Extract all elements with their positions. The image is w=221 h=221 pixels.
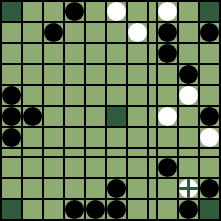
cell-e7[interactable] — [86, 86, 105, 105]
cell-c5[interactable] — [44, 128, 63, 147]
attacker-stone[interactable] — [158, 23, 177, 42]
cell-e2[interactable] — [86, 179, 105, 198]
cell-a5[interactable] — [2, 128, 21, 147]
cell-a11[interactable] — [2, 2, 21, 21]
cell-f2[interactable] — [107, 179, 126, 198]
cell-h11[interactable] — [149, 2, 156, 21]
cell-d2[interactable] — [65, 179, 84, 198]
cell-f11[interactable] — [107, 2, 126, 21]
cell-d1[interactable] — [65, 200, 84, 219]
cell-d9[interactable] — [65, 44, 84, 63]
cell-e8[interactable] — [86, 65, 105, 84]
cell-d3[interactable] — [65, 158, 84, 177]
cell-k9[interactable] — [200, 44, 219, 63]
cell-c2[interactable] — [44, 179, 63, 198]
cell-h7[interactable] — [149, 86, 156, 105]
attacker-stone[interactable] — [158, 44, 177, 63]
cell-k3[interactable] — [200, 158, 219, 177]
attacker-stone[interactable] — [2, 128, 21, 147]
cell-e5[interactable] — [86, 128, 105, 147]
cell-i2[interactable] — [158, 179, 177, 198]
cell-d11[interactable] — [65, 2, 84, 21]
cell-a1[interactable] — [2, 200, 21, 219]
cell-c3[interactable] — [44, 158, 63, 177]
cell-h8[interactable] — [149, 65, 156, 84]
king-stone[interactable] — [179, 179, 198, 198]
cell-h2[interactable] — [149, 179, 156, 198]
defender-stone[interactable] — [128, 23, 147, 42]
cell-a6[interactable] — [2, 107, 21, 126]
cell-e11[interactable] — [86, 2, 105, 21]
cell-h1[interactable] — [149, 200, 156, 219]
attacker-stone[interactable] — [200, 107, 219, 126]
cell-i1[interactable] — [158, 200, 177, 219]
cell-i11[interactable] — [158, 2, 177, 21]
cell-i4[interactable] — [158, 149, 177, 156]
cell-i5[interactable] — [158, 128, 177, 147]
cell-b11[interactable] — [23, 2, 42, 21]
cell-a10[interactable] — [2, 23, 21, 42]
cell-k5[interactable] — [200, 128, 219, 147]
cell-g5[interactable] — [128, 128, 147, 147]
cell-g1[interactable] — [128, 200, 147, 219]
cell-c10[interactable] — [44, 23, 63, 42]
cell-c6[interactable] — [44, 107, 63, 126]
attacker-stone[interactable] — [65, 200, 84, 219]
cell-i9[interactable] — [158, 44, 177, 63]
cell-g10[interactable] — [128, 23, 147, 42]
cell-d10[interactable] — [65, 23, 84, 42]
cell-c4[interactable] — [44, 149, 63, 156]
cell-i3[interactable] — [158, 158, 177, 177]
cell-j4[interactable] — [179, 149, 198, 156]
cell-e1[interactable] — [86, 200, 105, 219]
cell-d6[interactable] — [65, 107, 84, 126]
attacker-stone[interactable] — [158, 158, 177, 177]
attacker-stone[interactable] — [86, 200, 105, 219]
cell-k11[interactable] — [200, 2, 219, 21]
cell-f1[interactable] — [107, 200, 126, 219]
cell-j7[interactable] — [179, 86, 198, 105]
cell-k6[interactable] — [200, 107, 219, 126]
cell-i7[interactable] — [158, 86, 177, 105]
cell-c8[interactable] — [44, 65, 63, 84]
cell-g2[interactable] — [128, 179, 147, 198]
cell-f8[interactable] — [107, 65, 126, 84]
cell-a4[interactable] — [2, 149, 21, 156]
cell-d8[interactable] — [65, 65, 84, 84]
cell-j3[interactable] — [179, 158, 198, 177]
cell-g3[interactable] — [128, 158, 147, 177]
attacker-stone[interactable] — [107, 200, 126, 219]
cell-c11[interactable] — [44, 2, 63, 21]
cell-j9[interactable] — [179, 44, 198, 63]
cell-g6[interactable] — [128, 107, 147, 126]
cell-b4[interactable] — [23, 149, 42, 156]
cell-h5[interactable] — [149, 128, 156, 147]
cell-b2[interactable] — [23, 179, 42, 198]
attacker-stone[interactable] — [200, 23, 219, 42]
cell-a9[interactable] — [2, 44, 21, 63]
cell-f7[interactable] — [107, 86, 126, 105]
cell-j5[interactable] — [179, 128, 198, 147]
cell-k8[interactable] — [200, 65, 219, 84]
cell-g7[interactable] — [128, 86, 147, 105]
attacker-stone[interactable] — [44, 23, 63, 42]
cell-e9[interactable] — [86, 44, 105, 63]
cell-g11[interactable] — [128, 2, 147, 21]
cell-e4[interactable] — [86, 149, 105, 156]
defender-stone[interactable] — [158, 107, 177, 126]
cell-c9[interactable] — [44, 44, 63, 63]
defender-stone[interactable] — [179, 86, 198, 105]
cell-f6[interactable] — [107, 107, 126, 126]
cell-i10[interactable] — [158, 23, 177, 42]
cell-j1[interactable] — [179, 200, 198, 219]
attacker-stone[interactable] — [2, 86, 21, 105]
cell-b7[interactable] — [23, 86, 42, 105]
attacker-stone[interactable] — [179, 65, 198, 84]
cell-e10[interactable] — [86, 23, 105, 42]
defender-stone[interactable] — [200, 128, 219, 147]
cell-b1[interactable] — [23, 200, 42, 219]
cell-k7[interactable] — [200, 86, 219, 105]
cell-a2[interactable] — [2, 179, 21, 198]
cell-b8[interactable] — [23, 65, 42, 84]
cell-f10[interactable] — [107, 23, 126, 42]
cell-a3[interactable] — [2, 158, 21, 177]
cell-f9[interactable] — [107, 44, 126, 63]
cell-b9[interactable] — [23, 44, 42, 63]
cell-g8[interactable] — [128, 65, 147, 84]
cell-d5[interactable] — [65, 128, 84, 147]
attacker-stone[interactable] — [179, 200, 198, 219]
cell-g9[interactable] — [128, 44, 147, 63]
cell-k2[interactable] — [200, 179, 219, 198]
cell-g4[interactable] — [128, 149, 147, 156]
cell-i6[interactable] — [158, 107, 177, 126]
attacker-stone[interactable] — [65, 2, 84, 21]
cell-k4[interactable] — [200, 149, 219, 156]
cell-k10[interactable] — [200, 23, 219, 42]
cell-j10[interactable] — [179, 23, 198, 42]
attacker-stone[interactable] — [200, 179, 219, 198]
cell-e6[interactable] — [86, 107, 105, 126]
cell-h6[interactable] — [149, 107, 156, 126]
attacker-stone[interactable] — [2, 107, 21, 126]
cell-d7[interactable] — [65, 86, 84, 105]
cell-f4[interactable] — [107, 149, 126, 156]
cell-b3[interactable] — [23, 158, 42, 177]
cell-j6[interactable] — [179, 107, 198, 126]
cell-f5[interactable] — [107, 128, 126, 147]
attacker-stone[interactable] — [23, 107, 42, 126]
cell-h3[interactable] — [149, 158, 156, 177]
defender-stone[interactable] — [158, 2, 177, 21]
cell-f3[interactable] — [107, 158, 126, 177]
cell-h4[interactable] — [149, 149, 156, 156]
cell-b5[interactable] — [23, 128, 42, 147]
cell-k1[interactable] — [200, 200, 219, 219]
cell-j2[interactable] — [179, 179, 198, 198]
hnefatafl-board — [0, 0, 221, 221]
defender-stone[interactable] — [107, 2, 126, 21]
cell-j8[interactable] — [179, 65, 198, 84]
cell-a8[interactable] — [2, 65, 21, 84]
cell-a7[interactable] — [2, 86, 21, 105]
cell-h9[interactable] — [149, 44, 156, 63]
cell-c1[interactable] — [44, 200, 63, 219]
cell-i8[interactable] — [158, 65, 177, 84]
cell-j11[interactable] — [179, 2, 198, 21]
attacker-stone[interactable] — [107, 179, 126, 198]
cell-b6[interactable] — [23, 107, 42, 126]
cell-e3[interactable] — [86, 158, 105, 177]
cell-b10[interactable] — [23, 23, 42, 42]
cell-c7[interactable] — [44, 86, 63, 105]
cell-h10[interactable] — [149, 23, 156, 42]
cell-d4[interactable] — [65, 149, 84, 156]
